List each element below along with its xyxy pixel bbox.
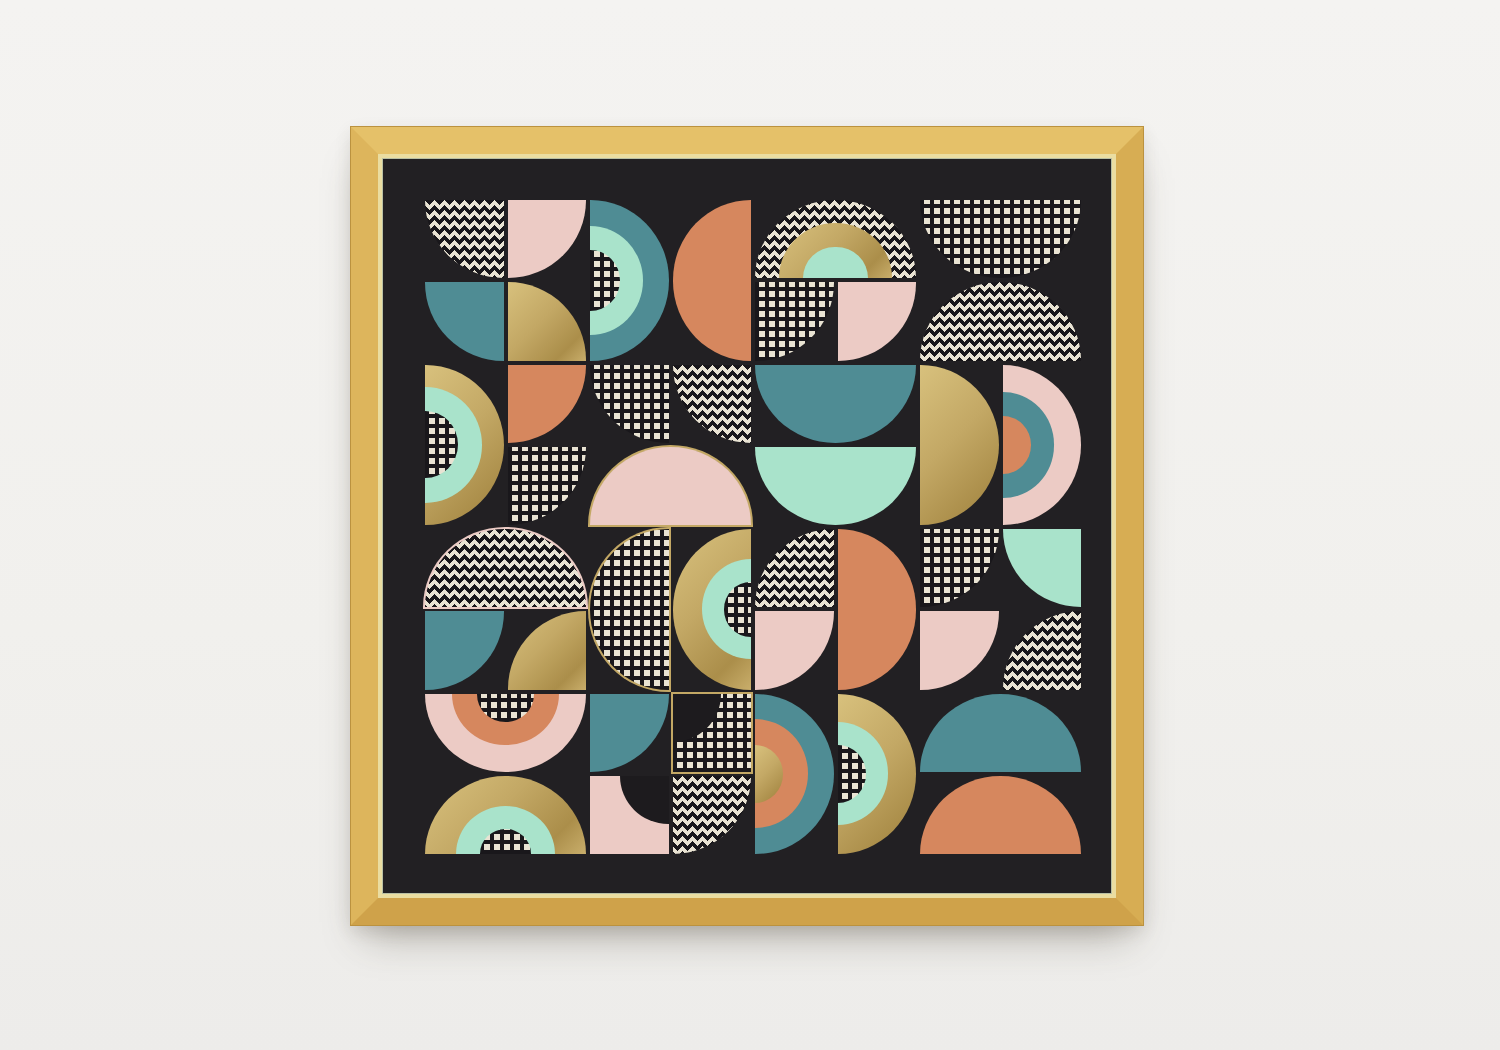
piece-4-half-orange [673, 200, 752, 361]
photo-background [0, 0, 1500, 1050]
piece-8-quarter-gold [508, 282, 587, 360]
piece-35-quarter-teal [590, 694, 669, 772]
cutout-tr [620, 776, 669, 825]
piece-9-quarter-check [755, 282, 834, 360]
piece-15-quarter-chevron [673, 365, 752, 443]
piece-19-quarter-check [508, 447, 587, 525]
piece-6-half-check [920, 200, 1081, 278]
piece-24-target-gold_mint_check [673, 529, 752, 690]
cutout-tl [673, 694, 722, 743]
piece-11-half-chevron [920, 282, 1081, 360]
piece-38-target-gold_mint_check [838, 694, 917, 855]
piece-5-target-chevron_gold_mint [755, 200, 916, 278]
piece-18-target-pink_teal_orange [1003, 365, 1082, 526]
piece-41-bite-pink [590, 776, 669, 854]
piece-37-target-teal_orange_gold [755, 694, 834, 855]
piece-1-quarter-chevron [425, 200, 504, 278]
piece-29-quarter-teal [425, 611, 504, 689]
piece-23-half-check [590, 529, 669, 690]
piece-33-quarter-chevron [1003, 611, 1082, 689]
piece-28-quarter-mint [1003, 529, 1082, 607]
piece-21-half-mint [755, 447, 916, 525]
piece-43-half-orange [920, 776, 1081, 854]
piece-27-quarter-check [920, 529, 999, 607]
piece-26-half-orange [838, 529, 917, 690]
piece-39-half-teal [920, 694, 1081, 772]
black-mat [382, 158, 1112, 894]
piece-16-half-teal [755, 365, 916, 443]
piece-12-target-gold_mint_check [425, 365, 504, 526]
piece-14-quarter-check [590, 365, 669, 443]
piece-3-target-teal_mint_check [590, 200, 669, 361]
piece-13-quarter-orange [508, 365, 587, 443]
piece-31-quarter-pink [755, 611, 834, 689]
piece-22-half-chevron [425, 529, 586, 607]
piece-36-bite-check [673, 694, 752, 772]
artwork-grid [423, 198, 1083, 856]
piece-40-target-gold_mint_check [425, 776, 586, 854]
piece-20-half-pink [590, 447, 751, 525]
piece-34-target-pink_orange_check [425, 694, 586, 772]
piece-17-half-gold [920, 365, 999, 526]
piece-30-quarter-gold [508, 611, 587, 689]
piece-2-quarter-pink [508, 200, 587, 278]
piece-32-quarter-pink [920, 611, 999, 689]
piece-10-quarter-pink [838, 282, 917, 360]
frame-inner-lip [378, 154, 1116, 898]
piece-42-quarter-chevron [673, 776, 752, 854]
piece-25-quarter-chevron [755, 529, 834, 607]
piece-7-quarter-teal [425, 282, 504, 360]
picture-frame [351, 127, 1143, 925]
